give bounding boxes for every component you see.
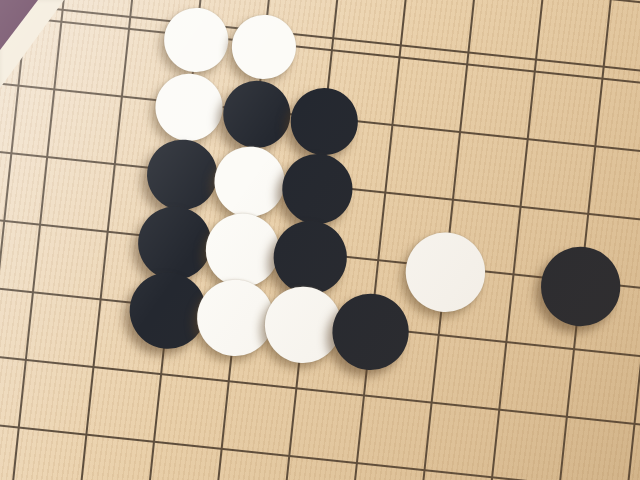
- black-stone[interactable]: ●: [323, 270, 420, 379]
- board-plane: ●●●●●●●●●●●●●●●●●: [0, 0, 640, 480]
- go-board-photo: ●●●●●●●●●●●●●●●●●: [0, 0, 640, 480]
- black-stone[interactable]: ●: [531, 221, 632, 334]
